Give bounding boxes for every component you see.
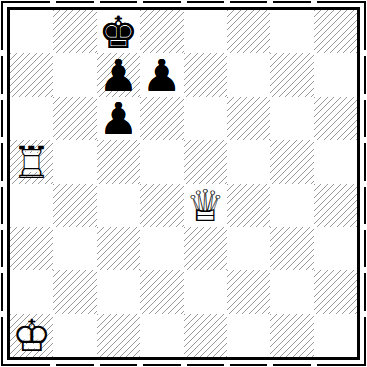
square-f1: [227, 314, 270, 357]
square-f6: [227, 97, 270, 140]
square-d7: ♟♟: [140, 53, 183, 96]
square-b8: [53, 10, 96, 53]
square-h8: [314, 10, 357, 53]
square-g2: [270, 270, 313, 313]
piece-outline-glyph: ♟: [140, 54, 183, 97]
square-a2: [10, 270, 53, 313]
frame-tick-gap-right: [362, 267, 367, 273]
square-h4: [314, 184, 357, 227]
board-border: ♚♚♟♟♟♟♟♟♜♖♛♕♚♔: [7, 7, 360, 360]
square-g7: [270, 53, 313, 96]
square-d2: [140, 270, 183, 313]
square-h3: [314, 227, 357, 270]
frame-tick-gap-top: [311, 0, 317, 5]
square-g8: [270, 10, 313, 53]
square-d3: [140, 227, 183, 270]
square-c8: ♚♚: [97, 10, 140, 53]
frame-tick-gap-right: [362, 50, 367, 56]
frame-tick-gap-bottom: [181, 362, 187, 367]
square-e6: [184, 97, 227, 140]
square-b7: [53, 53, 96, 96]
square-e5: [184, 140, 227, 183]
square-e7: [184, 53, 227, 96]
square-e3: [184, 227, 227, 270]
square-c1: [97, 314, 140, 357]
square-f4: [227, 184, 270, 227]
frame-tick-gap-left: [0, 224, 5, 230]
square-b6: [53, 97, 96, 140]
square-a5: ♜♖: [10, 140, 53, 183]
piece-outline-glyph: ♕: [184, 185, 227, 228]
frame-tick-gap-right: [362, 137, 367, 143]
frame-tick-gap-bottom: [50, 362, 56, 367]
black-pawn-piece: ♟♟: [140, 53, 183, 96]
square-c7: ♟♟: [97, 53, 140, 96]
frame-tick-gap-top: [50, 0, 56, 5]
white-queen-piece: ♛♕: [184, 184, 227, 227]
square-f8: [227, 10, 270, 53]
frame-tick-gap-left: [0, 181, 5, 187]
square-b2: [53, 270, 96, 313]
square-a4: [10, 184, 53, 227]
square-b3: [53, 227, 96, 270]
black-king-piece: ♚♚: [97, 10, 140, 53]
square-c3: [97, 227, 140, 270]
frame-tick-gap-top: [94, 0, 100, 5]
square-d5: [140, 140, 183, 183]
square-g5: [270, 140, 313, 183]
square-a3: [10, 227, 53, 270]
square-g4: [270, 184, 313, 227]
square-d1: [140, 314, 183, 357]
frame-tick-gap-right: [362, 94, 367, 100]
frame-tick-gap-left: [0, 94, 5, 100]
frame-tick-gap-right: [362, 181, 367, 187]
frame-tick-gap-top: [224, 0, 230, 5]
square-b5: [53, 140, 96, 183]
square-d6: [140, 97, 183, 140]
black-pawn-piece: ♟♟: [97, 97, 140, 140]
square-c5: [97, 140, 140, 183]
square-a7: [10, 53, 53, 96]
square-g6: [270, 97, 313, 140]
square-c4: [97, 184, 140, 227]
square-a8: [10, 10, 53, 53]
square-f3: [227, 227, 270, 270]
square-f5: [227, 140, 270, 183]
chess-diagram: ♚♚♟♟♟♟♟♟♜♖♛♕♚♔: [0, 0, 367, 367]
square-e1: [184, 314, 227, 357]
frame-tick-gap-top: [137, 0, 143, 5]
frame-tick-gap-right: [362, 311, 367, 317]
piece-outline-glyph: ♔: [10, 315, 53, 358]
frame-tick-gap-left: [0, 50, 5, 56]
frame-tick-gap-top: [181, 0, 187, 5]
white-rook-piece: ♜♖: [10, 140, 53, 183]
piece-outline-glyph: ♟: [97, 54, 140, 97]
square-b1: [53, 314, 96, 357]
square-h1: [314, 314, 357, 357]
square-f2: [227, 270, 270, 313]
square-h5: [314, 140, 357, 183]
frame-tick-gap-left: [0, 267, 5, 273]
frame-tick-gap-left: [0, 311, 5, 317]
square-b4: [53, 184, 96, 227]
square-d4: [140, 184, 183, 227]
square-a1: ♚♔: [10, 314, 53, 357]
black-pawn-piece: ♟♟: [97, 53, 140, 96]
frame-tick-gap-top: [267, 0, 273, 5]
piece-outline-glyph: ♟: [97, 98, 140, 141]
square-e2: [184, 270, 227, 313]
frame-tick-gap-bottom: [267, 362, 273, 367]
square-e8: [184, 10, 227, 53]
square-h2: [314, 270, 357, 313]
square-e4: ♛♕: [184, 184, 227, 227]
frame-tick-gap-bottom: [137, 362, 143, 367]
frame-tick-gap-right: [362, 224, 367, 230]
square-h6: [314, 97, 357, 140]
square-g3: [270, 227, 313, 270]
square-a6: [10, 97, 53, 140]
square-h7: [314, 53, 357, 96]
square-g1: [270, 314, 313, 357]
square-d8: [140, 10, 183, 53]
frame-tick-gap-bottom: [94, 362, 100, 367]
piece-outline-glyph: ♚: [97, 11, 140, 54]
square-f7: [227, 53, 270, 96]
square-c6: ♟♟: [97, 97, 140, 140]
frame-tick-gap-left: [0, 137, 5, 143]
frame-tick-gap-bottom: [224, 362, 230, 367]
square-c2: [97, 270, 140, 313]
chess-board: ♚♚♟♟♟♟♟♟♜♖♛♕♚♔: [10, 10, 357, 357]
frame-tick-gap-bottom: [311, 362, 317, 367]
piece-outline-glyph: ♖: [10, 141, 53, 184]
white-king-piece: ♚♔: [10, 314, 53, 357]
